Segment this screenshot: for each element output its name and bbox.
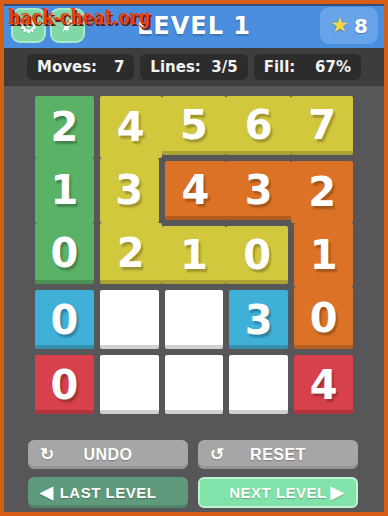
next-level-label: NEXT LEVEL (229, 484, 327, 501)
stats-bar: Moves: 7 Lines: 3/5 Fill: 67% (4, 48, 384, 86)
star-counter: ★ 8 (320, 7, 378, 44)
fill-label: Fill: (264, 58, 296, 76)
fill-stat: Fill: 67% (254, 54, 361, 80)
cell-number: 6 (245, 105, 273, 145)
board: 24567134320210103004 (32, 93, 356, 417)
board-cell[interactable]: 2 (291, 158, 356, 223)
cell-number: 2 (117, 233, 145, 273)
board-cell[interactable]: 3 (226, 287, 291, 352)
board-cell[interactable] (162, 287, 227, 352)
cell-number: 2 (308, 172, 336, 212)
cell-number: 0 (50, 365, 78, 405)
cell-number: 0 (50, 233, 78, 273)
board-cell[interactable]: 1 (32, 158, 97, 223)
board-cell[interactable]: 3 (97, 158, 162, 223)
undo-icon: ↻ (40, 446, 55, 463)
board-cell[interactable]: 0 (226, 223, 291, 288)
board-cell[interactable]: 7 (291, 93, 356, 158)
cell-number: 7 (308, 105, 336, 145)
reset-icon: ↺ (210, 446, 225, 463)
cell-number: 1 (310, 235, 338, 275)
star-icon: ★ (330, 15, 349, 36)
last-level-label: LAST LEVEL (60, 484, 157, 501)
board-cell[interactable]: 0 (32, 287, 97, 352)
lines-label: Lines: (150, 58, 200, 76)
board-cell[interactable]: 5 (162, 93, 227, 158)
next-level-button[interactable]: NEXT LEVEL ▶ (198, 477, 358, 508)
board-cell[interactable]: 2 (97, 223, 162, 288)
board-cell[interactable]: 4 (291, 352, 356, 417)
undo-label: UNDO (83, 446, 132, 464)
cell-number: 3 (115, 170, 143, 210)
cell-number: 0 (243, 235, 271, 275)
moves-stat: Moves: 7 (27, 54, 134, 80)
prev-triangle-icon: ◀ (40, 484, 54, 501)
lines-value: 3/5 (211, 58, 237, 76)
board-cell[interactable] (162, 352, 227, 417)
lines-stat: Lines: 3/5 (140, 54, 247, 80)
board-cell[interactable] (97, 352, 162, 417)
moves-value: 7 (114, 58, 124, 76)
cell-number: 5 (180, 105, 208, 145)
cell-number: 3 (245, 300, 273, 340)
cell-number: 2 (50, 107, 78, 147)
board-cell[interactable]: 0 (32, 223, 97, 288)
fill-value: 67% (315, 58, 351, 76)
app-window: hack-cheat.org ⚙ LEVEL 1 ★ 8 Moves: 7 Li… (0, 0, 388, 516)
undo-button[interactable]: ↻ UNDO (28, 440, 188, 469)
cell-number: 1 (50, 170, 78, 210)
board-cell[interactable]: 4 (162, 158, 227, 223)
board-cell[interactable] (97, 287, 162, 352)
top-bar: ⚙ LEVEL 1 ★ 8 (4, 4, 384, 48)
board-cell[interactable]: 6 (226, 93, 291, 158)
cell-number: 4 (310, 365, 338, 405)
next-triangle-icon: ▶ (330, 484, 344, 501)
board-cell[interactable]: 1 (162, 223, 227, 288)
board-cell[interactable]: 0 (32, 352, 97, 417)
cell-number: 4 (117, 107, 145, 147)
cell-number: 0 (50, 300, 78, 340)
board-cell[interactable]: 0 (291, 287, 356, 352)
cell-number: 1 (180, 235, 208, 275)
cell-number: 4 (182, 170, 210, 210)
board-cell[interactable]: 1 (291, 223, 356, 288)
moves-label: Moves: (37, 58, 97, 76)
board-cell[interactable]: 4 (97, 93, 162, 158)
cell-number: 3 (245, 170, 273, 210)
board-cell[interactable] (226, 352, 291, 417)
star-count: 8 (354, 14, 368, 38)
cell-number: 0 (310, 298, 338, 338)
last-level-button[interactable]: ◀ LAST LEVEL (28, 477, 188, 508)
reset-label: RESET (250, 446, 306, 464)
board-cell[interactable]: 2 (32, 93, 97, 158)
reset-button[interactable]: ↺ RESET (198, 440, 358, 469)
board-cell[interactable]: 3 (226, 158, 291, 223)
